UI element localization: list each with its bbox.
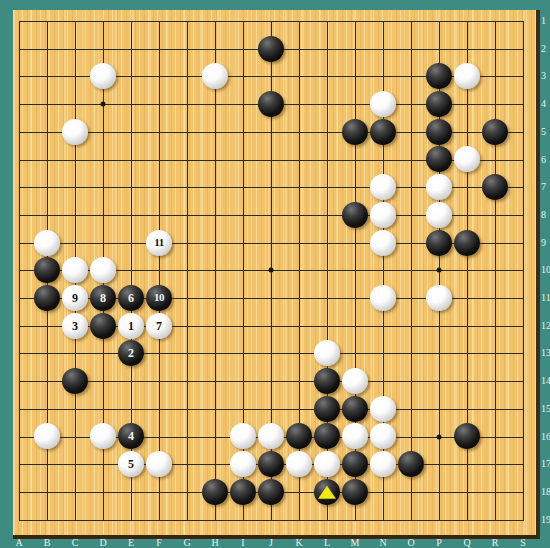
column-label: M <box>351 538 360 548</box>
column-label: J <box>269 538 273 548</box>
row-label: 4 <box>541 99 546 109</box>
column-label: C <box>72 538 79 548</box>
row-label: 16 <box>541 432 550 442</box>
column-label: S <box>520 538 526 548</box>
row-label: 5 <box>541 127 546 137</box>
column-label: K <box>295 538 302 548</box>
column-label: L <box>324 538 330 548</box>
row-label: 11 <box>541 293 550 303</box>
go-diagram: 1198610317245 ABCDEFGHIJKLMNOPQRS1234567… <box>0 0 550 548</box>
row-label: 7 <box>541 182 546 192</box>
row-label: 12 <box>541 321 550 331</box>
coordinate-labels: ABCDEFGHIJKLMNOPQRS123456789101112131415… <box>0 0 550 548</box>
row-label: 3 <box>541 71 546 81</box>
row-label: 1 <box>541 16 546 26</box>
row-label: 9 <box>541 238 546 248</box>
row-label: 10 <box>541 265 550 275</box>
row-label: 15 <box>541 404 550 414</box>
row-label: 8 <box>541 210 546 220</box>
column-label: N <box>379 538 386 548</box>
column-label: I <box>241 538 244 548</box>
column-label: E <box>128 538 134 548</box>
column-label: Q <box>463 538 470 548</box>
column-label: G <box>183 538 190 548</box>
column-label: P <box>436 538 442 548</box>
column-label: F <box>156 538 162 548</box>
column-label: H <box>211 538 218 548</box>
row-label: 19 <box>541 515 550 525</box>
row-label: 13 <box>541 348 550 358</box>
row-label: 18 <box>541 487 550 497</box>
column-label: A <box>15 538 22 548</box>
row-label: 6 <box>541 155 546 165</box>
column-label: D <box>99 538 106 548</box>
row-label: 14 <box>541 376 550 386</box>
row-label: 17 <box>541 459 550 469</box>
column-label: R <box>492 538 499 548</box>
row-label: 2 <box>541 44 546 54</box>
column-label: B <box>44 538 51 548</box>
column-label: O <box>407 538 414 548</box>
